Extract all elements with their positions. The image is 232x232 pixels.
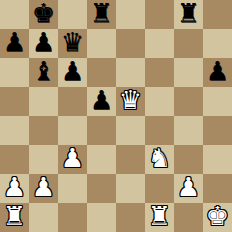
square-b7[interactable]: ♟ (29, 29, 58, 58)
white-pawn[interactable]: ♟ (3, 173, 26, 202)
square-a6[interactable] (0, 58, 29, 87)
square-f5[interactable] (145, 87, 174, 116)
square-g5[interactable] (174, 87, 203, 116)
square-c4[interactable] (58, 116, 87, 145)
black-queen[interactable]: ♛ (61, 28, 84, 57)
square-c1[interactable] (58, 203, 87, 232)
square-g1[interactable] (174, 203, 203, 232)
black-bishop[interactable]: ♝ (32, 57, 55, 86)
square-a2[interactable]: ♟ (0, 174, 29, 203)
square-a1[interactable]: ♜ (0, 203, 29, 232)
square-a7[interactable]: ♟ (0, 29, 29, 58)
white-queen[interactable]: ♛ (119, 86, 142, 115)
black-rook[interactable]: ♜ (90, 0, 113, 28)
square-f8[interactable] (145, 0, 174, 29)
square-c8[interactable] (58, 0, 87, 29)
square-g2[interactable]: ♟ (174, 174, 203, 203)
square-h8[interactable] (203, 0, 232, 29)
square-e3[interactable] (116, 145, 145, 174)
black-pawn[interactable]: ♟ (206, 57, 229, 86)
square-c3[interactable]: ♟ (58, 145, 87, 174)
black-pawn[interactable]: ♟ (90, 86, 113, 115)
square-d5[interactable]: ♟ (87, 87, 116, 116)
square-b1[interactable] (29, 203, 58, 232)
square-c7[interactable]: ♛ (58, 29, 87, 58)
square-h3[interactable] (203, 145, 232, 174)
square-d6[interactable] (87, 58, 116, 87)
square-f4[interactable] (145, 116, 174, 145)
white-rook[interactable]: ♜ (3, 202, 26, 231)
black-pawn[interactable]: ♟ (61, 57, 84, 86)
square-d8[interactable]: ♜ (87, 0, 116, 29)
square-b8[interactable]: ♚ (29, 0, 58, 29)
square-d7[interactable] (87, 29, 116, 58)
square-e7[interactable] (116, 29, 145, 58)
white-pawn[interactable]: ♟ (61, 144, 84, 173)
square-d4[interactable] (87, 116, 116, 145)
square-g8[interactable]: ♜ (174, 0, 203, 29)
square-c5[interactable] (58, 87, 87, 116)
white-pawn[interactable]: ♟ (177, 173, 200, 202)
square-e1[interactable] (116, 203, 145, 232)
black-pawn[interactable]: ♟ (32, 28, 55, 57)
square-g6[interactable] (174, 58, 203, 87)
square-a4[interactable] (0, 116, 29, 145)
square-e8[interactable] (116, 0, 145, 29)
chess-board: ♚♜♜♟♟♛♝♟♟♟♛♟♞♟♟♟♜♜♚ (0, 0, 232, 232)
square-h4[interactable] (203, 116, 232, 145)
board-wrap: ♚♜♜♟♟♛♝♟♟♟♛♟♞♟♟♟♜♜♚ (0, 0, 232, 232)
square-h7[interactable] (203, 29, 232, 58)
square-g7[interactable] (174, 29, 203, 58)
square-a8[interactable] (0, 0, 29, 29)
black-rook[interactable]: ♜ (177, 0, 200, 28)
square-b6[interactable]: ♝ (29, 58, 58, 87)
white-knight[interactable]: ♞ (148, 144, 171, 173)
square-b4[interactable] (29, 116, 58, 145)
square-e5[interactable]: ♛ (116, 87, 145, 116)
square-e6[interactable] (116, 58, 145, 87)
black-king[interactable]: ♚ (32, 0, 55, 28)
square-h6[interactable]: ♟ (203, 58, 232, 87)
square-f6[interactable] (145, 58, 174, 87)
square-f1[interactable]: ♜ (145, 203, 174, 232)
white-rook[interactable]: ♜ (148, 202, 171, 231)
square-f7[interactable] (145, 29, 174, 58)
square-b3[interactable] (29, 145, 58, 174)
square-c2[interactable] (58, 174, 87, 203)
white-pawn[interactable]: ♟ (32, 173, 55, 202)
square-d2[interactable] (87, 174, 116, 203)
square-b2[interactable]: ♟ (29, 174, 58, 203)
square-c6[interactable]: ♟ (58, 58, 87, 87)
square-e2[interactable] (116, 174, 145, 203)
square-f3[interactable]: ♞ (145, 145, 174, 174)
square-h5[interactable] (203, 87, 232, 116)
square-h1[interactable]: ♚ (203, 203, 232, 232)
square-g4[interactable] (174, 116, 203, 145)
square-g3[interactable] (174, 145, 203, 174)
square-f2[interactable] (145, 174, 174, 203)
square-b5[interactable] (29, 87, 58, 116)
square-a5[interactable] (0, 87, 29, 116)
black-pawn[interactable]: ♟ (3, 28, 26, 57)
square-a3[interactable] (0, 145, 29, 174)
square-h2[interactable] (203, 174, 232, 203)
square-d1[interactable] (87, 203, 116, 232)
square-d3[interactable] (87, 145, 116, 174)
white-king[interactable]: ♚ (206, 202, 229, 231)
square-e4[interactable] (116, 116, 145, 145)
